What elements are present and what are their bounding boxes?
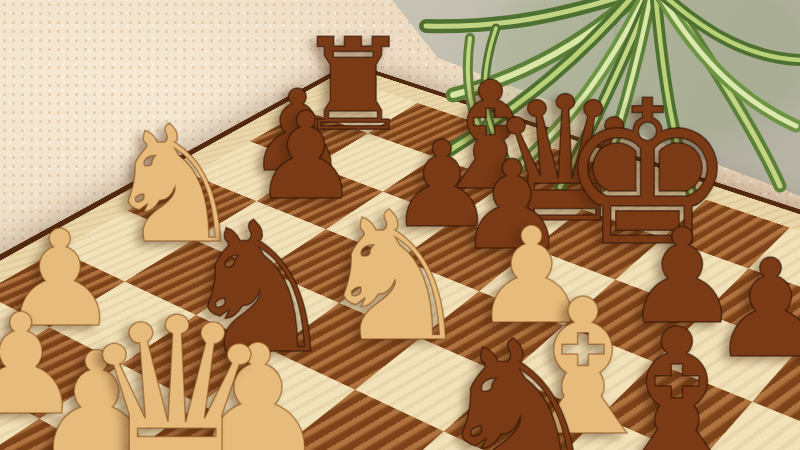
piece-black-bishop-g5[interactable]: ♝ — [589, 304, 763, 450]
piece-white-queen-c2[interactable]: ♛ — [78, 289, 275, 450]
pieces-layer: ♜♝♛♚♟♟♟♟♟♟♝♞♞♞♞♟♝♟♟♟♛♟ — [0, 0, 800, 450]
piece-black-knight-f4[interactable]: ♞ — [429, 315, 610, 450]
